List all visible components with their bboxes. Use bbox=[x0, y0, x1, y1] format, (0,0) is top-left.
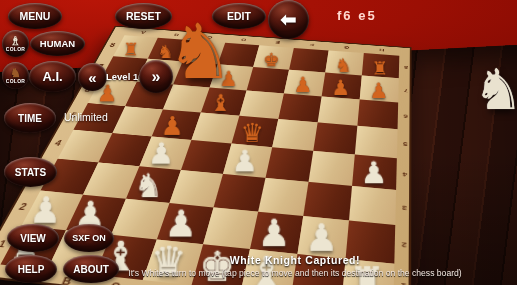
time-button[interactable]: TIME bbox=[4, 103, 56, 133]
square-e4[interactable]: ♟ bbox=[223, 144, 272, 178]
color-black-button[interactable]: ♞ COLOR bbox=[2, 62, 29, 89]
captured-white-knight: ♞ bbox=[473, 62, 517, 118]
white-piece-h4[interactable]: ♟ bbox=[352, 159, 396, 189]
rank-label-right: 5 bbox=[397, 129, 414, 159]
white-piece-e1[interactable]: ♚ bbox=[192, 247, 243, 285]
level-up-button[interactable]: » bbox=[139, 60, 173, 93]
white-piece-d2[interactable]: ♟ bbox=[157, 206, 205, 243]
square-g2[interactable]: ♟ bbox=[297, 216, 349, 259]
square-g5[interactable] bbox=[313, 122, 357, 154]
square-h7[interactable]: ♟ bbox=[360, 75, 399, 102]
square-h8[interactable]: ♜ bbox=[362, 53, 399, 78]
black-piece-d6[interactable]: ♝ bbox=[201, 92, 240, 115]
rank-label-right: 3 bbox=[395, 190, 413, 227]
rank-label-right: 6 bbox=[398, 103, 414, 131]
black-piece-f7[interactable]: ♟ bbox=[284, 75, 322, 96]
white-piece-c4[interactable]: ♟ bbox=[139, 140, 182, 169]
square-f4[interactable] bbox=[265, 147, 313, 182]
black-piece-e8[interactable]: ♚ bbox=[253, 51, 289, 69]
undo-arrow-icon: ⬅ bbox=[281, 10, 297, 29]
status-headline: White Knight Captured! bbox=[110, 254, 480, 266]
square-h6[interactable] bbox=[357, 100, 398, 130]
sxf-toggle-button[interactable]: SXF ON bbox=[64, 224, 114, 252]
square-f8[interactable] bbox=[289, 48, 329, 73]
stats-button[interactable]: STATS bbox=[4, 157, 57, 187]
square-h4[interactable]: ♟ bbox=[352, 154, 397, 190]
square-f6[interactable] bbox=[278, 93, 321, 122]
menu-button[interactable]: MENU bbox=[8, 3, 62, 29]
square-g6[interactable] bbox=[318, 96, 360, 125]
white-piece-g2[interactable]: ♟ bbox=[298, 220, 346, 257]
edit-button[interactable]: EDIT bbox=[212, 3, 266, 29]
black-piece-e5[interactable]: ♛ bbox=[232, 120, 273, 146]
last-move-text: f6 e5 bbox=[337, 8, 377, 23]
square-g4[interactable] bbox=[309, 151, 355, 186]
black-piece-h7[interactable]: ♟ bbox=[360, 81, 399, 102]
undo-button[interactable]: ⬅ bbox=[268, 0, 309, 39]
view-button[interactable]: VIEW bbox=[7, 224, 59, 252]
help-button[interactable]: HELP bbox=[5, 255, 57, 283]
square-g8[interactable]: ♞ bbox=[325, 51, 364, 76]
level-label: Level 10 bbox=[106, 71, 144, 82]
black-piece-g7[interactable]: ♟ bbox=[322, 78, 360, 99]
chess-app: ABCDEFGH8♜♞♝♚♞♜87♟♟♟♟♟76♟♝65♟♛54♟♟♟43♞32… bbox=[0, 0, 517, 285]
black-piece-h8[interactable]: ♜ bbox=[362, 59, 399, 78]
black-piece-c5[interactable]: ♟ bbox=[152, 113, 193, 139]
square-f7[interactable]: ♟ bbox=[284, 70, 325, 97]
square-f3[interactable] bbox=[258, 178, 308, 216]
about-button[interactable]: ABOUT bbox=[63, 255, 119, 283]
color-label: COLOR bbox=[6, 47, 26, 52]
human-button[interactable]: HUMAN bbox=[30, 31, 85, 56]
white-piece-e4[interactable]: ♟ bbox=[223, 147, 266, 176]
ai-button[interactable]: A.I. bbox=[29, 61, 76, 92]
level-down-button[interactable]: « bbox=[78, 63, 107, 91]
square-g7[interactable]: ♟ bbox=[322, 73, 362, 100]
square-e3[interactable] bbox=[214, 174, 266, 212]
square-e5[interactable]: ♛ bbox=[232, 116, 279, 147]
time-value-label: Unlimited bbox=[64, 111, 108, 123]
square-h3[interactable] bbox=[349, 186, 396, 225]
status-subline: It's White's turn to move (tap piece to … bbox=[95, 268, 495, 278]
square-e7[interactable] bbox=[247, 67, 289, 93]
white-piece-f2[interactable]: ♟ bbox=[250, 215, 298, 252]
black-piece-a8[interactable]: ♜ bbox=[113, 40, 149, 58]
square-e6[interactable] bbox=[239, 90, 284, 119]
color-label: COLOR bbox=[6, 79, 26, 84]
rank-label-right: 7 bbox=[398, 78, 413, 104]
white-piece-c3[interactable]: ♞ bbox=[126, 169, 172, 201]
black-piece-g8[interactable]: ♞ bbox=[325, 56, 362, 74]
color-white-button[interactable]: ♗ COLOR bbox=[2, 30, 29, 57]
reset-button[interactable]: RESET bbox=[115, 3, 172, 29]
rank-label-right: 8 bbox=[399, 56, 414, 80]
square-g3[interactable] bbox=[303, 182, 352, 221]
rank-label-right: 4 bbox=[396, 158, 413, 191]
square-h5[interactable] bbox=[355, 126, 398, 158]
square-e8[interactable]: ♚ bbox=[253, 45, 294, 69]
square-f5[interactable] bbox=[272, 119, 317, 151]
